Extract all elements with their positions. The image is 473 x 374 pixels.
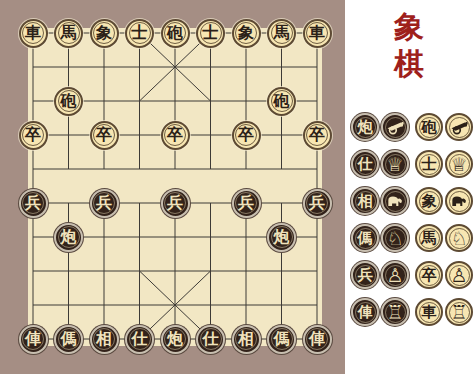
legend-dark-queen-icon: ♕ <box>381 150 409 178</box>
legend-row: 俥♖車♖ <box>351 298 473 326</box>
legend-light-knight-icon: ♘ <box>445 224 473 252</box>
legend-row: 仕♕士♕ <box>351 150 473 178</box>
xiangqi-piece-兵[interactable]: 兵 <box>161 189 190 218</box>
xiangqi-piece-卒[interactable]: 卒 <box>232 121 261 150</box>
xiangqi-piece-車[interactable]: 車 <box>303 19 332 48</box>
board-panel: 車馬象士砲士象馬車砲砲卒卒卒卒卒兵兵兵兵兵炮炮俥傌相仕炮仕相傌俥 <box>0 0 345 374</box>
legend-light-queen-icon: ♕ <box>445 150 473 178</box>
xiangqi-piece-象[interactable]: 象 <box>90 19 119 48</box>
legend-dark-rook-icon: ♖ <box>381 298 409 326</box>
xiangqi-piece-炮[interactable]: 炮 <box>54 223 83 252</box>
legend-light-piece: 象 <box>415 187 443 215</box>
xiangqi-piece-俥[interactable]: 俥 <box>19 325 48 354</box>
xiangqi-piece-士[interactable]: 士 <box>125 19 154 48</box>
legend-row: 相象 <box>351 187 473 215</box>
xiangqi-piece-士[interactable]: 士 <box>196 19 225 48</box>
cannon-icon <box>385 117 405 137</box>
xiangqi-piece-傌[interactable]: 傌 <box>267 325 296 354</box>
xiangqi-piece-仕[interactable]: 仕 <box>125 325 154 354</box>
xiangqi-piece-車[interactable]: 車 <box>19 19 48 48</box>
page-title: 象 棋 <box>345 8 473 82</box>
xiangqi-piece-卒[interactable]: 卒 <box>90 121 119 150</box>
xiangqi-piece-兵[interactable]: 兵 <box>303 189 332 218</box>
legend-dark-elephant-icon <box>381 187 409 215</box>
elephant-icon <box>385 191 405 211</box>
xiangqi-piece-炮[interactable]: 炮 <box>267 223 296 252</box>
legend-light-piece: 士 <box>415 150 443 178</box>
sidebar: 象 棋 炮砲仕♕士♕相象傌♘馬♘兵♙卒♙俥♖車♖ <box>345 0 473 374</box>
legend-light-rook-icon: ♖ <box>445 298 473 326</box>
cannon-icon <box>449 117 469 137</box>
legend-light-pawn-icon: ♙ <box>445 261 473 289</box>
title-char-qi: 棋 <box>345 45 473 82</box>
legend-light-piece: 車 <box>415 298 443 326</box>
legend-light-cannon-icon <box>445 113 473 141</box>
xiangqi-piece-兵[interactable]: 兵 <box>90 189 119 218</box>
xiangqi-piece-炮[interactable]: 炮 <box>161 325 190 354</box>
legend-dark-piece: 相 <box>351 187 379 215</box>
legend-light-piece: 卒 <box>415 261 443 289</box>
legend-dark-piece: 傌 <box>351 224 379 252</box>
legend-dark-piece: 仕 <box>351 150 379 178</box>
xiangqi-piece-象[interactable]: 象 <box>232 19 261 48</box>
legend-dark-pawn-icon: ♙ <box>381 261 409 289</box>
piece-legend: 炮砲仕♕士♕相象傌♘馬♘兵♙卒♙俥♖車♖ <box>351 113 473 326</box>
xiangqi-piece-俥[interactable]: 俥 <box>303 325 332 354</box>
xiangqi-piece-兵[interactable]: 兵 <box>19 189 48 218</box>
xiangqi-piece-馬[interactable]: 馬 <box>267 19 296 48</box>
legend-dark-knight-icon: ♘ <box>381 224 409 252</box>
xiangqi-piece-兵[interactable]: 兵 <box>232 189 261 218</box>
xiangqi-piece-砲[interactable]: 砲 <box>54 87 83 116</box>
board-grid-overlay: 車馬象士砲士象馬車砲砲卒卒卒卒卒兵兵兵兵兵炮炮俥傌相仕炮仕相傌俥 <box>15 16 335 356</box>
xiangqi-piece-卒[interactable]: 卒 <box>19 121 48 150</box>
legend-row: 傌♘馬♘ <box>351 224 473 252</box>
title-char-xiang: 象 <box>345 8 473 45</box>
xiangqi-piece-卒[interactable]: 卒 <box>161 121 190 150</box>
legend-row: 兵♙卒♙ <box>351 261 473 289</box>
xiangqi-piece-相[interactable]: 相 <box>232 325 261 354</box>
legend-dark-cannon-icon <box>381 113 409 141</box>
legend-dark-piece: 兵 <box>351 261 379 289</box>
xiangqi-piece-仕[interactable]: 仕 <box>196 325 225 354</box>
xiangqi-diagram: 車馬象士砲士象馬車砲砲卒卒卒卒卒兵兵兵兵兵炮炮俥傌相仕炮仕相傌俥 象 棋 炮砲仕… <box>0 0 473 374</box>
legend-light-piece: 砲 <box>415 113 443 141</box>
xiangqi-piece-砲[interactable]: 砲 <box>161 19 190 48</box>
legend-dark-piece: 炮 <box>351 113 379 141</box>
xiangqi-piece-相[interactable]: 相 <box>90 325 119 354</box>
elephant-icon <box>449 191 469 211</box>
legend-row: 炮砲 <box>351 113 473 141</box>
xiangqi-piece-卒[interactable]: 卒 <box>303 121 332 150</box>
xiangqi-piece-砲[interactable]: 砲 <box>267 87 296 116</box>
xiangqi-piece-馬[interactable]: 馬 <box>54 19 83 48</box>
legend-dark-piece: 俥 <box>351 298 379 326</box>
xiangqi-piece-傌[interactable]: 傌 <box>54 325 83 354</box>
legend-light-piece: 馬 <box>415 224 443 252</box>
legend-light-elephant-icon <box>445 187 473 215</box>
